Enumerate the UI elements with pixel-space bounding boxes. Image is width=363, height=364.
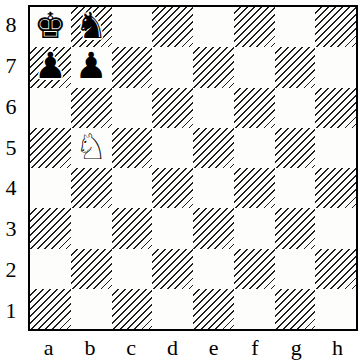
square-g2[interactable] xyxy=(275,249,316,289)
square-h7[interactable] xyxy=(315,47,356,87)
square-h4[interactable] xyxy=(315,168,356,208)
rank-labels: 87654321 xyxy=(0,5,28,331)
square-a6[interactable] xyxy=(30,88,71,128)
square-c7[interactable] xyxy=(112,47,153,87)
square-f6[interactable] xyxy=(234,88,275,128)
square-c8[interactable] xyxy=(112,7,153,47)
square-h6[interactable] xyxy=(315,88,356,128)
square-e7[interactable] xyxy=(193,47,234,87)
square-c5[interactable] xyxy=(112,128,153,168)
square-b3[interactable] xyxy=(71,208,112,248)
file-label-a: a xyxy=(28,331,69,363)
square-h3[interactable] xyxy=(315,208,356,248)
square-h1[interactable] xyxy=(315,289,356,329)
square-d3[interactable] xyxy=(152,208,193,248)
square-c2[interactable] xyxy=(112,249,153,289)
square-b1[interactable] xyxy=(71,289,112,329)
square-e1[interactable] xyxy=(193,289,234,329)
square-h5[interactable] xyxy=(315,128,356,168)
square-c6[interactable] xyxy=(112,88,153,128)
black-pawn[interactable]: ♟ xyxy=(75,48,107,86)
file-label-c: c xyxy=(111,331,152,363)
chess-board: ♚♞♟♟♘ xyxy=(28,5,358,331)
square-a8[interactable]: ♚ xyxy=(30,7,71,47)
square-f4[interactable] xyxy=(234,168,275,208)
chess-diagram: 87654321 ♚♞♟♟♘ abcdefgh xyxy=(0,0,363,364)
square-e8[interactable] xyxy=(193,7,234,47)
square-h8[interactable] xyxy=(315,7,356,47)
square-b8[interactable]: ♞ xyxy=(71,7,112,47)
square-b6[interactable] xyxy=(71,88,112,128)
square-f3[interactable] xyxy=(234,208,275,248)
square-b7[interactable]: ♟ xyxy=(71,47,112,87)
rank-label-6: 6 xyxy=(0,87,28,128)
file-label-f: f xyxy=(234,331,275,363)
square-h2[interactable] xyxy=(315,249,356,289)
file-label-h: h xyxy=(317,331,358,363)
square-f7[interactable] xyxy=(234,47,275,87)
file-label-d: d xyxy=(152,331,193,363)
square-g1[interactable] xyxy=(275,289,316,329)
black-knight[interactable]: ♞ xyxy=(75,8,107,46)
square-c4[interactable] xyxy=(112,168,153,208)
square-d7[interactable] xyxy=(152,47,193,87)
rank-label-1: 1 xyxy=(0,290,28,331)
rank-label-7: 7 xyxy=(0,46,28,87)
square-c3[interactable] xyxy=(112,208,153,248)
square-d6[interactable] xyxy=(152,88,193,128)
square-f8[interactable] xyxy=(234,7,275,47)
square-g3[interactable] xyxy=(275,208,316,248)
square-a4[interactable] xyxy=(30,168,71,208)
square-a2[interactable] xyxy=(30,249,71,289)
file-label-g: g xyxy=(276,331,317,363)
square-e2[interactable] xyxy=(193,249,234,289)
square-b4[interactable] xyxy=(71,168,112,208)
square-e5[interactable] xyxy=(193,128,234,168)
white-knight[interactable]: ♘ xyxy=(75,129,107,167)
square-d1[interactable] xyxy=(152,289,193,329)
black-pawn[interactable]: ♟ xyxy=(34,48,66,86)
square-d2[interactable] xyxy=(152,249,193,289)
square-g7[interactable] xyxy=(275,47,316,87)
square-f5[interactable] xyxy=(234,128,275,168)
square-f1[interactable] xyxy=(234,289,275,329)
square-d8[interactable] xyxy=(152,7,193,47)
square-a7[interactable]: ♟ xyxy=(30,47,71,87)
square-c1[interactable] xyxy=(112,289,153,329)
square-a5[interactable] xyxy=(30,128,71,168)
square-g4[interactable] xyxy=(275,168,316,208)
file-label-e: e xyxy=(193,331,234,363)
square-d5[interactable] xyxy=(152,128,193,168)
rank-label-8: 8 xyxy=(0,5,28,46)
rank-label-4: 4 xyxy=(0,168,28,209)
square-g6[interactable] xyxy=(275,88,316,128)
rank-label-3: 3 xyxy=(0,209,28,250)
file-labels: abcdefgh xyxy=(28,331,358,363)
file-label-b: b xyxy=(69,331,110,363)
rank-label-5: 5 xyxy=(0,127,28,168)
square-a1[interactable] xyxy=(30,289,71,329)
square-e6[interactable] xyxy=(193,88,234,128)
rank-label-2: 2 xyxy=(0,250,28,291)
square-d4[interactable] xyxy=(152,168,193,208)
square-f2[interactable] xyxy=(234,249,275,289)
black-king[interactable]: ♚ xyxy=(34,8,66,46)
square-b2[interactable] xyxy=(71,249,112,289)
square-g8[interactable] xyxy=(275,7,316,47)
square-e4[interactable] xyxy=(193,168,234,208)
square-g5[interactable] xyxy=(275,128,316,168)
square-b5[interactable]: ♘ xyxy=(71,128,112,168)
square-e3[interactable] xyxy=(193,208,234,248)
square-a3[interactable] xyxy=(30,208,71,248)
